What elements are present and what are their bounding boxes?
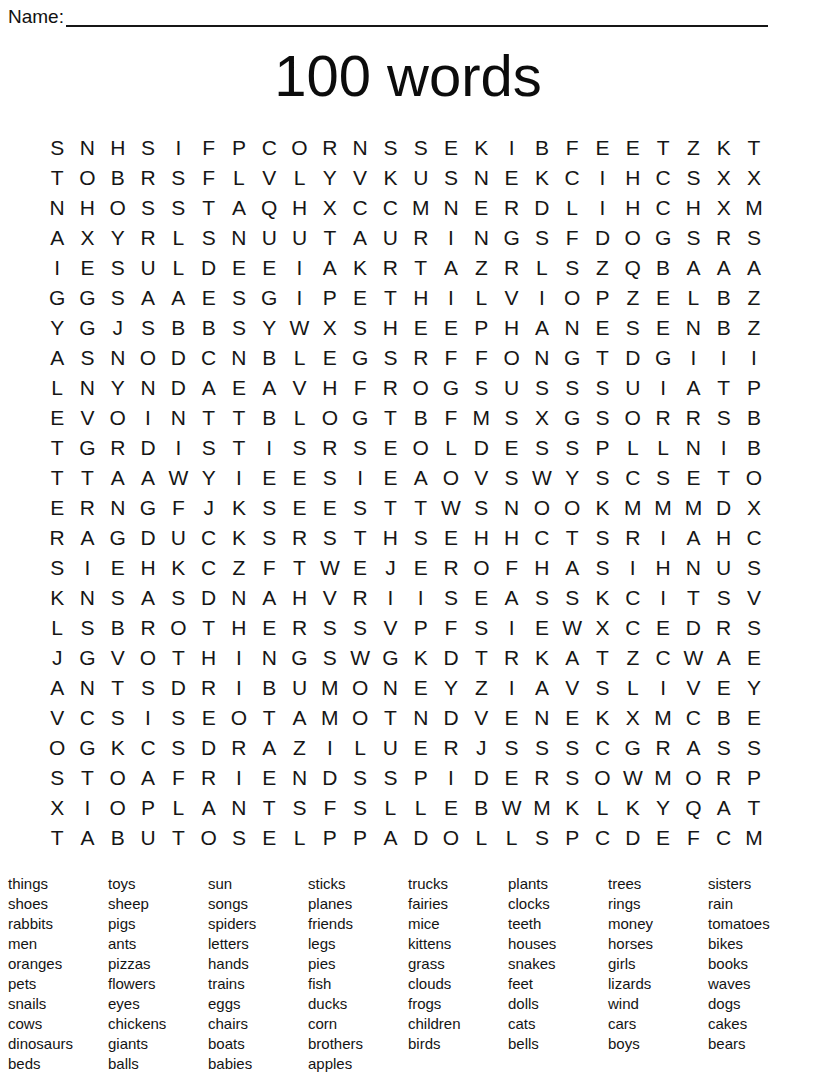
grid-cell[interactable]: S: [42, 133, 72, 163]
grid-cell[interactable]: S: [739, 613, 769, 643]
grid-cell[interactable]: K: [709, 133, 739, 163]
grid-cell[interactable]: E: [496, 703, 526, 733]
grid-cell[interactable]: A: [103, 463, 133, 493]
grid-cell[interactable]: I: [648, 673, 678, 703]
grid-cell[interactable]: D: [709, 493, 739, 523]
grid-cell[interactable]: T: [193, 613, 223, 643]
grid-cell[interactable]: D: [618, 823, 648, 853]
grid-cell[interactable]: J: [375, 553, 405, 583]
grid-cell[interactable]: V: [284, 373, 314, 403]
grid-cell[interactable]: E: [678, 463, 708, 493]
grid-cell[interactable]: I: [436, 763, 466, 793]
grid-cell[interactable]: D: [466, 433, 496, 463]
grid-cell[interactable]: O: [436, 823, 466, 853]
grid-cell[interactable]: B: [163, 313, 193, 343]
grid-cell[interactable]: A: [527, 673, 557, 703]
grid-cell[interactable]: M: [406, 193, 436, 223]
grid-cell[interactable]: K: [557, 793, 587, 823]
grid-cell[interactable]: S: [557, 433, 587, 463]
grid-cell[interactable]: D: [193, 733, 223, 763]
grid-cell[interactable]: Z: [587, 253, 617, 283]
grid-cell[interactable]: V: [466, 463, 496, 493]
grid-cell[interactable]: D: [678, 613, 708, 643]
grid-cell[interactable]: T: [254, 703, 284, 733]
grid-cell[interactable]: S: [345, 493, 375, 523]
grid-cell[interactable]: P: [739, 763, 769, 793]
grid-cell[interactable]: A: [709, 253, 739, 283]
grid-cell[interactable]: O: [557, 283, 587, 313]
grid-cell[interactable]: M: [648, 493, 678, 523]
grid-cell[interactable]: B: [103, 823, 133, 853]
grid-cell[interactable]: E: [254, 613, 284, 643]
grid-cell[interactable]: D: [163, 343, 193, 373]
grid-cell[interactable]: S: [163, 163, 193, 193]
grid-cell[interactable]: L: [284, 163, 314, 193]
grid-cell[interactable]: S: [557, 253, 587, 283]
grid-cell[interactable]: F: [557, 223, 587, 253]
grid-cell[interactable]: K: [527, 163, 557, 193]
grid-cell[interactable]: H: [133, 553, 163, 583]
grid-cell[interactable]: O: [224, 703, 254, 733]
grid-cell[interactable]: S: [739, 733, 769, 763]
grid-cell[interactable]: G: [618, 733, 648, 763]
grid-cell[interactable]: E: [406, 673, 436, 703]
grid-cell[interactable]: A: [375, 823, 405, 853]
grid-cell[interactable]: T: [72, 463, 102, 493]
grid-cell[interactable]: Z: [284, 733, 314, 763]
grid-cell[interactable]: E: [436, 523, 466, 553]
grid-cell[interactable]: E: [436, 793, 466, 823]
grid-cell[interactable]: N: [103, 343, 133, 373]
grid-cell[interactable]: N: [557, 313, 587, 343]
grid-cell[interactable]: S: [42, 553, 72, 583]
grid-cell[interactable]: V: [72, 403, 102, 433]
grid-cell[interactable]: A: [527, 313, 557, 343]
grid-cell[interactable]: E: [436, 313, 466, 343]
grid-cell[interactable]: S: [163, 193, 193, 223]
grid-cell[interactable]: S: [648, 463, 678, 493]
grid-cell[interactable]: F: [254, 553, 284, 583]
grid-cell[interactable]: S: [527, 583, 557, 613]
grid-cell[interactable]: C: [709, 823, 739, 853]
grid-cell[interactable]: S: [406, 523, 436, 553]
grid-cell[interactable]: I: [315, 733, 345, 763]
grid-cell[interactable]: G: [133, 493, 163, 523]
grid-cell[interactable]: L: [496, 823, 526, 853]
grid-cell[interactable]: E: [739, 643, 769, 673]
grid-cell[interactable]: S: [557, 583, 587, 613]
grid-cell[interactable]: S: [678, 223, 708, 253]
grid-cell[interactable]: A: [42, 343, 72, 373]
grid-cell[interactable]: L: [466, 823, 496, 853]
grid-cell[interactable]: E: [345, 283, 375, 313]
grid-cell[interactable]: I: [406, 583, 436, 613]
grid-cell[interactable]: H: [193, 643, 223, 673]
grid-cell[interactable]: G: [345, 403, 375, 433]
grid-cell[interactable]: I: [648, 523, 678, 553]
grid-cell[interactable]: K: [103, 733, 133, 763]
grid-cell[interactable]: S: [315, 463, 345, 493]
grid-cell[interactable]: I: [496, 613, 526, 643]
grid-cell[interactable]: G: [72, 313, 102, 343]
grid-cell[interactable]: E: [284, 493, 314, 523]
grid-cell[interactable]: G: [42, 283, 72, 313]
grid-cell[interactable]: A: [496, 583, 526, 613]
grid-cell[interactable]: S: [496, 403, 526, 433]
grid-cell[interactable]: I: [72, 793, 102, 823]
grid-cell[interactable]: C: [527, 523, 557, 553]
grid-cell[interactable]: B: [709, 313, 739, 343]
grid-cell[interactable]: T: [678, 583, 708, 613]
grid-cell[interactable]: V: [557, 673, 587, 703]
grid-cell[interactable]: S: [224, 823, 254, 853]
grid-cell[interactable]: P: [345, 823, 375, 853]
grid-cell[interactable]: H: [527, 553, 557, 583]
grid-cell[interactable]: E: [527, 613, 557, 643]
grid-cell[interactable]: F: [345, 373, 375, 403]
grid-cell[interactable]: U: [618, 373, 648, 403]
grid-cell[interactable]: T: [315, 223, 345, 253]
grid-cell[interactable]: G: [557, 343, 587, 373]
grid-cell[interactable]: Z: [618, 283, 648, 313]
grid-cell[interactable]: A: [72, 523, 102, 553]
grid-cell[interactable]: O: [345, 703, 375, 733]
grid-cell[interactable]: R: [618, 523, 648, 553]
grid-cell[interactable]: S: [315, 643, 345, 673]
grid-cell[interactable]: U: [163, 523, 193, 553]
grid-cell[interactable]: R: [496, 193, 526, 223]
grid-cell[interactable]: L: [678, 283, 708, 313]
grid-cell[interactable]: T: [163, 823, 193, 853]
grid-cell[interactable]: C: [648, 193, 678, 223]
grid-cell[interactable]: M: [648, 703, 678, 733]
grid-cell[interactable]: I: [436, 223, 466, 253]
grid-cell[interactable]: S: [587, 673, 617, 703]
grid-cell[interactable]: A: [193, 793, 223, 823]
grid-cell[interactable]: G: [436, 373, 466, 403]
grid-cell[interactable]: P: [315, 823, 345, 853]
grid-cell[interactable]: H: [284, 583, 314, 613]
grid-cell[interactable]: I: [527, 283, 557, 313]
grid-cell[interactable]: B: [406, 403, 436, 433]
grid-cell[interactable]: R: [193, 763, 223, 793]
grid-cell[interactable]: U: [254, 223, 284, 253]
grid-cell[interactable]: A: [42, 223, 72, 253]
grid-cell[interactable]: N: [496, 493, 526, 523]
grid-cell[interactable]: T: [163, 643, 193, 673]
grid-cell[interactable]: T: [42, 163, 72, 193]
grid-cell[interactable]: M: [739, 823, 769, 853]
grid-cell[interactable]: L: [618, 433, 648, 463]
grid-cell[interactable]: L: [345, 733, 375, 763]
grid-cell[interactable]: R: [648, 403, 678, 433]
grid-cell[interactable]: Z: [739, 283, 769, 313]
grid-cell[interactable]: I: [648, 373, 678, 403]
grid-cell[interactable]: S: [345, 433, 375, 463]
grid-cell[interactable]: B: [193, 313, 223, 343]
grid-cell[interactable]: F: [436, 613, 466, 643]
grid-cell[interactable]: D: [466, 763, 496, 793]
grid-cell[interactable]: E: [648, 823, 678, 853]
grid-cell[interactable]: S: [466, 493, 496, 523]
grid-cell[interactable]: E: [224, 373, 254, 403]
grid-cell[interactable]: A: [254, 733, 284, 763]
grid-cell[interactable]: E: [618, 133, 648, 163]
grid-cell[interactable]: O: [527, 493, 557, 523]
grid-cell[interactable]: Y: [436, 673, 466, 703]
grid-cell[interactable]: W: [284, 313, 314, 343]
grid-cell[interactable]: D: [436, 643, 466, 673]
grid-cell[interactable]: L: [527, 253, 557, 283]
grid-cell[interactable]: D: [193, 583, 223, 613]
grid-cell[interactable]: C: [739, 523, 769, 553]
grid-cell[interactable]: D: [315, 763, 345, 793]
grid-cell[interactable]: S: [527, 433, 557, 463]
grid-cell[interactable]: D: [163, 373, 193, 403]
grid-cell[interactable]: A: [133, 763, 163, 793]
grid-cell[interactable]: W: [618, 763, 648, 793]
grid-cell[interactable]: N: [527, 343, 557, 373]
grid-cell[interactable]: W: [163, 463, 193, 493]
grid-cell[interactable]: S: [163, 583, 193, 613]
grid-cell[interactable]: T: [557, 523, 587, 553]
grid-cell[interactable]: F: [163, 493, 193, 523]
grid-cell[interactable]: M: [739, 193, 769, 223]
grid-cell[interactable]: C: [133, 733, 163, 763]
grid-cell[interactable]: T: [193, 193, 223, 223]
grid-cell[interactable]: S: [133, 133, 163, 163]
grid-cell[interactable]: L: [618, 673, 648, 703]
grid-cell[interactable]: L: [163, 793, 193, 823]
grid-cell[interactable]: T: [466, 643, 496, 673]
grid-cell[interactable]: N: [72, 583, 102, 613]
grid-cell[interactable]: Q: [678, 793, 708, 823]
grid-cell[interactable]: L: [163, 223, 193, 253]
grid-cell[interactable]: O: [103, 793, 133, 823]
grid-cell[interactable]: E: [406, 733, 436, 763]
grid-cell[interactable]: H: [284, 193, 314, 223]
grid-cell[interactable]: I: [587, 163, 617, 193]
grid-cell[interactable]: L: [406, 793, 436, 823]
grid-cell[interactable]: E: [648, 313, 678, 343]
grid-cell[interactable]: F: [193, 133, 223, 163]
grid-cell[interactable]: R: [709, 223, 739, 253]
grid-cell[interactable]: A: [678, 253, 708, 283]
grid-cell[interactable]: C: [648, 643, 678, 673]
grid-cell[interactable]: R: [284, 523, 314, 553]
grid-cell[interactable]: T: [103, 673, 133, 703]
grid-cell[interactable]: V: [678, 673, 708, 703]
grid-cell[interactable]: E: [648, 283, 678, 313]
grid-cell[interactable]: L: [224, 163, 254, 193]
grid-cell[interactable]: Z: [618, 643, 648, 673]
grid-cell[interactable]: C: [193, 553, 223, 583]
grid-cell[interactable]: T: [709, 373, 739, 403]
grid-cell[interactable]: R: [436, 733, 466, 763]
grid-cell[interactable]: C: [375, 193, 405, 223]
grid-cell[interactable]: N: [678, 433, 708, 463]
grid-cell[interactable]: O: [436, 463, 466, 493]
grid-cell[interactable]: U: [496, 373, 526, 403]
grid-cell[interactable]: A: [557, 643, 587, 673]
grid-cell[interactable]: R: [648, 733, 678, 763]
grid-cell[interactable]: S: [527, 223, 557, 253]
grid-cell[interactable]: B: [466, 793, 496, 823]
grid-cell[interactable]: S: [709, 403, 739, 433]
grid-cell[interactable]: H: [648, 553, 678, 583]
grid-cell[interactable]: F: [436, 343, 466, 373]
grid-cell[interactable]: S: [345, 613, 375, 643]
grid-cell[interactable]: P: [315, 283, 345, 313]
grid-cell[interactable]: I: [284, 253, 314, 283]
grid-cell[interactable]: J: [193, 493, 223, 523]
grid-cell[interactable]: L: [42, 613, 72, 643]
grid-cell[interactable]: S: [103, 583, 133, 613]
grid-cell[interactable]: N: [527, 703, 557, 733]
grid-cell[interactable]: D: [163, 673, 193, 703]
grid-cell[interactable]: E: [254, 253, 284, 283]
grid-cell[interactable]: L: [557, 193, 587, 223]
grid-cell[interactable]: D: [133, 433, 163, 463]
grid-cell[interactable]: E: [466, 583, 496, 613]
grid-cell[interactable]: C: [557, 163, 587, 193]
grid-cell[interactable]: C: [648, 163, 678, 193]
grid-cell[interactable]: E: [496, 763, 526, 793]
grid-cell[interactable]: I: [496, 673, 526, 703]
grid-cell[interactable]: O: [284, 133, 314, 163]
grid-cell[interactable]: E: [496, 163, 526, 193]
grid-cell[interactable]: N: [224, 343, 254, 373]
grid-cell[interactable]: Y: [648, 793, 678, 823]
grid-cell[interactable]: V: [103, 643, 133, 673]
grid-cell[interactable]: T: [345, 523, 375, 553]
grid-cell[interactable]: S: [315, 613, 345, 643]
grid-cell[interactable]: X: [739, 163, 769, 193]
grid-cell[interactable]: S: [345, 793, 375, 823]
grid-cell[interactable]: H: [375, 523, 405, 553]
grid-cell[interactable]: X: [527, 403, 557, 433]
grid-cell[interactable]: S: [133, 313, 163, 343]
grid-cell[interactable]: I: [739, 343, 769, 373]
grid-cell[interactable]: G: [648, 343, 678, 373]
grid-cell[interactable]: E: [587, 133, 617, 163]
grid-cell[interactable]: S: [587, 553, 617, 583]
grid-cell[interactable]: U: [375, 733, 405, 763]
grid-cell[interactable]: O: [193, 823, 223, 853]
grid-cell[interactable]: G: [496, 223, 526, 253]
grid-cell[interactable]: O: [163, 613, 193, 643]
grid-cell[interactable]: I: [284, 283, 314, 313]
grid-cell[interactable]: O: [618, 403, 648, 433]
grid-cell[interactable]: X: [315, 313, 345, 343]
grid-cell[interactable]: A: [406, 463, 436, 493]
grid-cell[interactable]: S: [618, 313, 648, 343]
grid-cell[interactable]: S: [557, 733, 587, 763]
grid-cell[interactable]: P: [406, 613, 436, 643]
grid-cell[interactable]: M: [527, 793, 557, 823]
grid-cell[interactable]: F: [193, 163, 223, 193]
grid-cell[interactable]: B: [254, 403, 284, 433]
grid-cell[interactable]: S: [466, 373, 496, 403]
grid-cell[interactable]: E: [375, 463, 405, 493]
grid-cell[interactable]: B: [254, 673, 284, 703]
grid-cell[interactable]: T: [42, 433, 72, 463]
grid-cell[interactable]: S: [406, 133, 436, 163]
grid-cell[interactable]: R: [42, 523, 72, 553]
grid-cell[interactable]: Z: [224, 553, 254, 583]
grid-cell[interactable]: I: [224, 673, 254, 703]
grid-cell[interactable]: L: [375, 793, 405, 823]
grid-cell[interactable]: N: [466, 223, 496, 253]
grid-cell[interactable]: E: [315, 493, 345, 523]
grid-cell[interactable]: P: [406, 763, 436, 793]
grid-cell[interactable]: H: [406, 283, 436, 313]
grid-cell[interactable]: Z: [739, 313, 769, 343]
grid-cell[interactable]: I: [224, 463, 254, 493]
grid-cell[interactable]: S: [466, 613, 496, 643]
grid-cell[interactable]: V: [42, 703, 72, 733]
grid-cell[interactable]: N: [678, 313, 708, 343]
grid-cell[interactable]: H: [618, 193, 648, 223]
grid-cell[interactable]: N: [72, 673, 102, 703]
grid-cell[interactable]: S: [284, 433, 314, 463]
grid-cell[interactable]: R: [375, 373, 405, 403]
grid-cell[interactable]: R: [496, 253, 526, 283]
grid-cell[interactable]: O: [739, 463, 769, 493]
grid-cell[interactable]: S: [496, 733, 526, 763]
grid-cell[interactable]: O: [103, 193, 133, 223]
grid-cell[interactable]: T: [375, 493, 405, 523]
grid-cell[interactable]: B: [739, 403, 769, 433]
grid-cell[interactable]: H: [496, 523, 526, 553]
grid-cell[interactable]: L: [436, 433, 466, 463]
grid-cell[interactable]: S: [587, 523, 617, 553]
grid-cell[interactable]: A: [709, 643, 739, 673]
grid-cell[interactable]: T: [406, 493, 436, 523]
grid-cell[interactable]: S: [739, 553, 769, 583]
grid-cell[interactable]: T: [375, 283, 405, 313]
grid-cell[interactable]: T: [739, 793, 769, 823]
grid-cell[interactable]: S: [375, 343, 405, 373]
grid-cell[interactable]: S: [436, 163, 466, 193]
grid-cell[interactable]: H: [678, 193, 708, 223]
grid-cell[interactable]: V: [496, 283, 526, 313]
grid-cell[interactable]: K: [466, 133, 496, 163]
grid-cell[interactable]: N: [345, 133, 375, 163]
grid-cell[interactable]: I: [345, 463, 375, 493]
grid-cell[interactable]: M: [315, 703, 345, 733]
grid-cell[interactable]: O: [557, 493, 587, 523]
grid-cell[interactable]: H: [103, 133, 133, 163]
grid-cell[interactable]: D: [527, 193, 557, 223]
grid-cell[interactable]: E: [103, 553, 133, 583]
grid-cell[interactable]: S: [375, 133, 405, 163]
grid-cell[interactable]: K: [224, 493, 254, 523]
grid-cell[interactable]: T: [224, 433, 254, 463]
grid-cell[interactable]: M: [648, 763, 678, 793]
grid-cell[interactable]: I: [678, 343, 708, 373]
grid-cell[interactable]: S: [224, 283, 254, 313]
grid-cell[interactable]: G: [375, 643, 405, 673]
grid-cell[interactable]: B: [527, 133, 557, 163]
grid-cell[interactable]: R: [709, 763, 739, 793]
grid-cell[interactable]: A: [133, 583, 163, 613]
grid-cell[interactable]: K: [224, 523, 254, 553]
grid-cell[interactable]: M: [618, 493, 648, 523]
grid-cell[interactable]: I: [224, 763, 254, 793]
grid-cell[interactable]: R: [496, 643, 526, 673]
grid-cell[interactable]: F: [436, 403, 466, 433]
